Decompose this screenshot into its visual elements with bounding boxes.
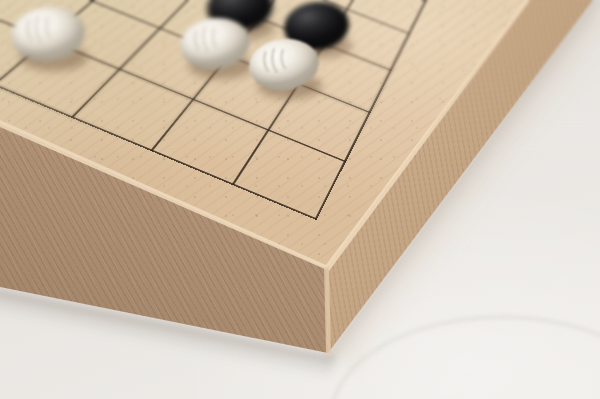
shell-groove-marks — [255, 42, 303, 84]
go-board-photo — [0, 0, 600, 399]
stones-layer — [0, 0, 600, 399]
shell-groove-marks — [186, 22, 234, 64]
shell-groove-marks — [17, 10, 68, 54]
